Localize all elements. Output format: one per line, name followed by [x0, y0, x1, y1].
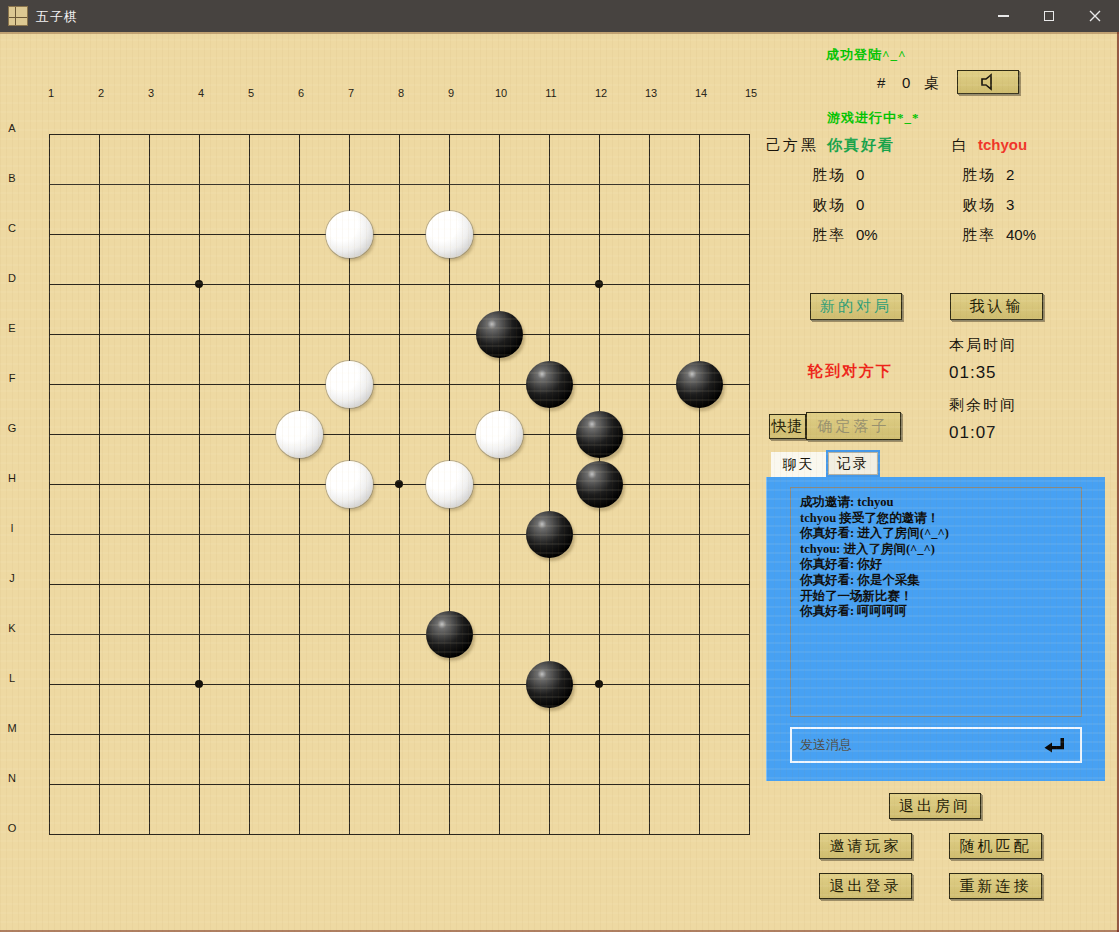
white-rate-value: 40% [1006, 226, 1036, 243]
stone-white [276, 411, 323, 458]
star-point [195, 680, 203, 688]
chat-message: 你真好看: 你是个采集 [800, 573, 1072, 589]
column-label: 12 [590, 87, 612, 99]
column-label: 4 [190, 87, 212, 99]
stone-white [326, 211, 373, 258]
self-label: 己方 [766, 136, 800, 155]
row-label: D [3, 272, 21, 284]
maximize-icon [1044, 11, 1054, 21]
black-rate-value: 0% [856, 226, 878, 243]
black-player-name: 你真好看 [827, 136, 895, 155]
chat-input[interactable]: 发送消息 [790, 727, 1082, 763]
speaker-icon [978, 73, 998, 91]
star-point [595, 680, 603, 688]
chat-message: tchyou 接受了您的邀请！ [800, 511, 1072, 527]
black-losses-value: 0 [856, 196, 864, 213]
close-button[interactable] [1072, 0, 1118, 32]
row-label: G [3, 422, 21, 434]
resign-button[interactable]: 我认输 [950, 293, 1043, 320]
row-label: N [3, 772, 21, 784]
black-side-label: 黑 [801, 136, 818, 155]
minimize-icon [998, 15, 1009, 17]
login-status: 成功登陆^_^ [826, 46, 907, 64]
random-match-button[interactable]: 随机匹配 [949, 833, 1042, 859]
column-label: 8 [390, 87, 412, 99]
chat-message: 开始了一场新比赛！ [800, 589, 1072, 605]
close-icon [1089, 10, 1101, 22]
white-wins-label: 胜场 [962, 166, 996, 185]
reconnect-button[interactable]: 重新连接 [949, 873, 1042, 899]
title-bar: 五子棋 [0, 0, 1119, 32]
stone-white [426, 461, 473, 508]
remain-time-label: 剩余时间 [949, 396, 1017, 415]
column-label: 11 [540, 87, 562, 99]
game-status: 游戏进行中*_* [827, 109, 920, 127]
row-label: E [3, 322, 21, 334]
chat-message: 成功邀请: tchyou [800, 495, 1072, 511]
row-label: L [3, 672, 21, 684]
exit-room-button[interactable]: 退出房间 [889, 793, 981, 819]
window-title: 五子棋 [36, 8, 78, 26]
black-losses-label: 败场 [812, 196, 846, 215]
row-label: M [3, 722, 21, 734]
confirm-move-button[interactable]: 确定落子 [806, 412, 901, 440]
chat-message: 你真好看: 你好 [800, 557, 1072, 573]
star-point [595, 280, 603, 288]
white-side-label: 白 [952, 136, 969, 155]
stone-black [526, 511, 573, 558]
turn-indicator: 轮到对方下 [808, 362, 893, 381]
black-wins-label: 胜场 [812, 166, 846, 185]
game-time-value: 01:35 [949, 363, 997, 383]
logout-button[interactable]: 退出登录 [819, 873, 912, 899]
stone-black [526, 361, 573, 408]
row-label: J [3, 572, 21, 584]
column-label: 1 [40, 87, 62, 99]
stone-white [426, 211, 473, 258]
sound-button[interactable] [957, 70, 1019, 94]
column-label: 2 [90, 87, 112, 99]
row-label: H [3, 472, 21, 484]
white-rate-label: 胜率 [962, 226, 996, 245]
row-label: O [3, 822, 21, 834]
stone-black [576, 411, 623, 458]
stone-white [326, 461, 373, 508]
app-window: 五子棋 123456789101112131415 ABCDEFGHIJKLMN… [0, 0, 1119, 932]
column-label: 9 [440, 87, 462, 99]
stone-black [576, 461, 623, 508]
column-label: 7 [340, 87, 362, 99]
star-point [395, 480, 403, 488]
tab-chat[interactable]: 聊天 [771, 452, 826, 477]
maximize-button[interactable] [1026, 0, 1072, 32]
column-label: 13 [640, 87, 662, 99]
column-label: 6 [290, 87, 312, 99]
row-label: B [3, 172, 21, 184]
game-time-label: 本局时间 [949, 336, 1017, 355]
table-number: 0 [902, 74, 910, 91]
column-label: 14 [690, 87, 712, 99]
tab-record[interactable]: 记录 [826, 450, 880, 477]
chat-message: tchyou: 进入了房间(^_^) [800, 542, 1072, 558]
stone-black [476, 311, 523, 358]
stone-black [426, 611, 473, 658]
quick-button[interactable]: 快捷 [769, 414, 806, 439]
chat-message: 你真好看: 进入了房间(^_^) [800, 526, 1072, 542]
invite-player-button[interactable]: 邀请玩家 [819, 833, 912, 859]
chat-panel: 成功邀请: tchyoutchyou 接受了您的邀请！你真好看: 进入了房间(^… [766, 477, 1105, 781]
stone-black [676, 361, 723, 408]
row-label: C [3, 222, 21, 234]
star-point [195, 280, 203, 288]
row-label: A [3, 122, 21, 134]
send-enter-icon[interactable] [1042, 736, 1066, 754]
board-area[interactable]: 123456789101112131415 ABCDEFGHIJKLMNO [0, 32, 766, 932]
row-label: I [3, 522, 21, 534]
column-label: 3 [140, 87, 162, 99]
app-icon [8, 6, 28, 26]
chat-log[interactable]: 成功邀请: tchyoutchyou 接受了您的邀请！你真好看: 进入了房间(^… [790, 487, 1082, 717]
stone-white [476, 411, 523, 458]
column-label: 5 [240, 87, 262, 99]
white-wins-value: 2 [1006, 166, 1014, 183]
column-label: 15 [740, 87, 762, 99]
table-prefix: # [877, 74, 885, 91]
black-wins-value: 0 [856, 166, 864, 183]
new-game-button[interactable]: 新的对局 [810, 293, 902, 320]
row-label: F [3, 372, 21, 384]
white-losses-label: 败场 [962, 196, 996, 215]
black-rate-label: 胜率 [812, 226, 846, 245]
table-suffix: 桌 [924, 74, 941, 93]
stone-black [526, 661, 573, 708]
minimize-button[interactable] [980, 0, 1026, 32]
white-player-name: tchyou [978, 136, 1027, 153]
chat-input-placeholder: 发送消息 [792, 736, 1042, 754]
stone-white [326, 361, 373, 408]
white-losses-value: 3 [1006, 196, 1014, 213]
remain-time-value: 01:07 [949, 423, 997, 443]
chat-message: 你真好看: 呵呵呵呵 [800, 604, 1072, 620]
column-label: 10 [490, 87, 512, 99]
row-label: K [3, 622, 21, 634]
